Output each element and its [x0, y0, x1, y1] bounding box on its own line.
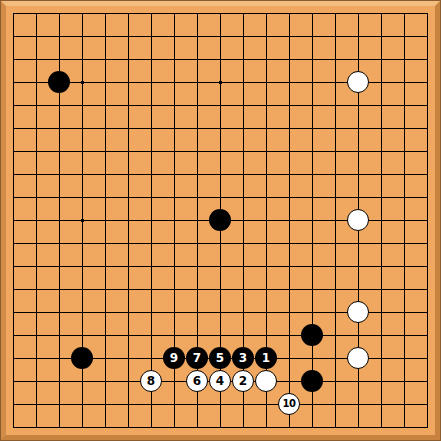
- intersection: [94, 209, 117, 232]
- intersection: [94, 324, 117, 347]
- intersection: [324, 48, 347, 71]
- intersection: [255, 186, 278, 209]
- intersection: [71, 393, 94, 416]
- intersection: [186, 393, 209, 416]
- intersection: [71, 48, 94, 71]
- intersection: [324, 163, 347, 186]
- intersection: [347, 370, 370, 393]
- intersection: [209, 6, 232, 25]
- intersection: [94, 71, 117, 94]
- intersection: [48, 301, 71, 324]
- intersection: 9: [163, 347, 186, 370]
- intersection: [232, 6, 255, 25]
- intersection: [416, 117, 436, 140]
- intersection: [71, 324, 94, 347]
- intersection: [140, 393, 163, 416]
- intersection: [117, 6, 140, 25]
- intersection: [163, 278, 186, 301]
- intersection: [209, 209, 232, 232]
- intersection: [25, 347, 48, 370]
- intersection: [301, 25, 324, 48]
- intersection: [48, 278, 71, 301]
- intersection: [186, 301, 209, 324]
- intersection: [232, 117, 255, 140]
- intersection: [117, 370, 140, 393]
- intersection: [186, 163, 209, 186]
- intersection: [140, 255, 163, 278]
- intersection: [71, 370, 94, 393]
- intersection: [71, 186, 94, 209]
- intersection: 3: [232, 347, 255, 370]
- intersection: [324, 370, 347, 393]
- intersection: [117, 48, 140, 71]
- intersection: [6, 416, 25, 436]
- intersection: [186, 186, 209, 209]
- intersection: [370, 94, 393, 117]
- intersection: [163, 255, 186, 278]
- intersection: [6, 71, 25, 94]
- move-2-stone: 2: [232, 370, 254, 392]
- intersection: [232, 255, 255, 278]
- intersection: [163, 94, 186, 117]
- intersection: [370, 186, 393, 209]
- intersection: [48, 416, 71, 436]
- intersection: [416, 324, 436, 347]
- intersection: [140, 71, 163, 94]
- intersection: [94, 48, 117, 71]
- intersection: [25, 140, 48, 163]
- intersection: [347, 255, 370, 278]
- intersection: [347, 347, 370, 370]
- intersection: [301, 48, 324, 71]
- intersection: [324, 347, 347, 370]
- intersection: [6, 370, 25, 393]
- intersection: [255, 416, 278, 436]
- intersection: [370, 324, 393, 347]
- intersection: [94, 416, 117, 436]
- white-stone: [347, 301, 369, 323]
- intersection: [370, 416, 393, 436]
- intersection: 10: [278, 393, 301, 416]
- intersection: [163, 140, 186, 163]
- intersection: [71, 232, 94, 255]
- intersection: [347, 393, 370, 416]
- intersection: [140, 324, 163, 347]
- intersection: [94, 25, 117, 48]
- intersection: [71, 209, 94, 232]
- intersection: [232, 48, 255, 71]
- intersection: [48, 393, 71, 416]
- move-number: 6: [193, 375, 201, 387]
- intersection: [255, 117, 278, 140]
- intersection: [255, 255, 278, 278]
- intersection: [117, 232, 140, 255]
- intersection: [301, 416, 324, 436]
- intersection: [25, 393, 48, 416]
- intersection: [186, 255, 209, 278]
- intersection: [48, 71, 71, 94]
- intersection: [324, 393, 347, 416]
- intersection: [370, 71, 393, 94]
- intersection: [6, 25, 25, 48]
- intersection: [255, 71, 278, 94]
- intersection: [140, 25, 163, 48]
- intersection: [232, 301, 255, 324]
- black-stone: [301, 324, 323, 346]
- intersection: [370, 209, 393, 232]
- intersection: [301, 140, 324, 163]
- intersection: [117, 301, 140, 324]
- intersection: [370, 117, 393, 140]
- intersection: [393, 163, 416, 186]
- intersection: [255, 6, 278, 25]
- intersection: [324, 324, 347, 347]
- move-number: 7: [193, 352, 201, 364]
- intersection: [347, 324, 370, 347]
- intersection: [416, 6, 436, 25]
- intersection: [140, 301, 163, 324]
- intersection: [186, 324, 209, 347]
- intersection: [393, 117, 416, 140]
- intersection: [416, 186, 436, 209]
- intersection: [140, 94, 163, 117]
- intersection: [301, 186, 324, 209]
- intersection: [370, 393, 393, 416]
- intersection: [347, 71, 370, 94]
- black-stone: [71, 347, 93, 369]
- intersection: [393, 416, 416, 436]
- intersection: [163, 324, 186, 347]
- intersection: [278, 94, 301, 117]
- move-number: 2: [239, 375, 247, 387]
- intersection: [117, 117, 140, 140]
- intersection: [347, 6, 370, 25]
- intersection: [163, 117, 186, 140]
- intersection: [301, 324, 324, 347]
- stones-grid: 97531864210: [6, 6, 435, 435]
- intersection: [278, 186, 301, 209]
- intersection: [301, 301, 324, 324]
- black-stone: [48, 71, 70, 93]
- go-board-frame: 97531864210: [0, 0, 441, 441]
- intersection: [25, 71, 48, 94]
- intersection: [209, 25, 232, 48]
- intersection: [416, 301, 436, 324]
- intersection: [6, 163, 25, 186]
- intersection: [186, 48, 209, 71]
- intersection: [25, 301, 48, 324]
- intersection: [301, 71, 324, 94]
- intersection: [6, 140, 25, 163]
- intersection: [232, 140, 255, 163]
- intersection: 2: [232, 370, 255, 393]
- move-number: 9: [170, 352, 178, 364]
- move-number: 1: [262, 352, 270, 364]
- intersection: [347, 278, 370, 301]
- intersection: [117, 94, 140, 117]
- intersection: [301, 393, 324, 416]
- intersection: [6, 324, 25, 347]
- intersection: [301, 117, 324, 140]
- intersection: [6, 186, 25, 209]
- intersection: [71, 94, 94, 117]
- intersection: [71, 347, 94, 370]
- intersection: [117, 324, 140, 347]
- intersection: [393, 25, 416, 48]
- intersection: [278, 71, 301, 94]
- intersection: [416, 347, 436, 370]
- move-1-stone: 1: [255, 347, 277, 369]
- intersection: [48, 117, 71, 140]
- intersection: [393, 255, 416, 278]
- intersection: [301, 370, 324, 393]
- intersection: [209, 140, 232, 163]
- intersection: [232, 186, 255, 209]
- black-stone: [209, 209, 231, 231]
- intersection: [140, 117, 163, 140]
- intersection: [25, 25, 48, 48]
- intersection: [25, 255, 48, 278]
- go-board-bevel: 97531864210: [1, 1, 440, 440]
- intersection: [347, 209, 370, 232]
- intersection: [324, 94, 347, 117]
- intersection: [278, 6, 301, 25]
- intersection: [416, 393, 436, 416]
- intersection: [209, 232, 232, 255]
- intersection: [324, 71, 347, 94]
- intersection: [416, 163, 436, 186]
- intersection: [186, 94, 209, 117]
- intersection: [186, 278, 209, 301]
- intersection: [301, 255, 324, 278]
- intersection: [71, 278, 94, 301]
- intersection: [370, 301, 393, 324]
- intersection: [25, 324, 48, 347]
- intersection: [209, 255, 232, 278]
- intersection: [209, 94, 232, 117]
- intersection: [186, 209, 209, 232]
- intersection: [393, 71, 416, 94]
- intersection: [393, 347, 416, 370]
- intersection: [117, 71, 140, 94]
- intersection: [25, 163, 48, 186]
- intersection: [140, 140, 163, 163]
- intersection: [209, 278, 232, 301]
- intersection: [370, 140, 393, 163]
- intersection: [25, 278, 48, 301]
- intersection: [416, 416, 436, 436]
- intersection: [278, 140, 301, 163]
- intersection: 7: [186, 347, 209, 370]
- intersection: [186, 416, 209, 436]
- intersection: [94, 370, 117, 393]
- intersection: [278, 416, 301, 436]
- intersection: [6, 278, 25, 301]
- intersection: [278, 370, 301, 393]
- move-6-stone: 6: [186, 370, 208, 392]
- intersection: [6, 6, 25, 25]
- move-9-stone: 9: [163, 347, 185, 369]
- intersection: [370, 6, 393, 25]
- intersection: [25, 117, 48, 140]
- intersection: [301, 209, 324, 232]
- intersection: [232, 232, 255, 255]
- intersection: 1: [255, 347, 278, 370]
- intersection: [393, 209, 416, 232]
- intersection: [25, 94, 48, 117]
- intersection: [301, 163, 324, 186]
- intersection: [117, 347, 140, 370]
- intersection: [255, 48, 278, 71]
- intersection: [232, 25, 255, 48]
- intersection: [71, 117, 94, 140]
- intersection: [393, 301, 416, 324]
- intersection: [163, 393, 186, 416]
- intersection: [370, 232, 393, 255]
- intersection: [71, 25, 94, 48]
- intersection: [370, 163, 393, 186]
- intersection: [278, 347, 301, 370]
- intersection: [163, 416, 186, 436]
- intersection: [255, 393, 278, 416]
- intersection: [255, 278, 278, 301]
- intersection: [140, 186, 163, 209]
- intersection: [232, 209, 255, 232]
- intersection: [117, 186, 140, 209]
- intersection: [416, 209, 436, 232]
- move-5-stone: 5: [209, 347, 231, 369]
- move-number: 5: [216, 352, 224, 364]
- intersection: [94, 117, 117, 140]
- move-4-stone: 4: [209, 370, 231, 392]
- intersection: [255, 301, 278, 324]
- move-10-stone: 10: [278, 393, 300, 415]
- intersection: [347, 301, 370, 324]
- intersection: [48, 324, 71, 347]
- intersection: [25, 370, 48, 393]
- intersection: [416, 278, 436, 301]
- intersection: [48, 94, 71, 117]
- intersection: 4: [209, 370, 232, 393]
- intersection: [140, 232, 163, 255]
- intersection: [6, 209, 25, 232]
- intersection: [393, 6, 416, 25]
- intersection: [163, 6, 186, 25]
- intersection: [232, 278, 255, 301]
- intersection: [278, 25, 301, 48]
- white-stone: [255, 370, 277, 392]
- intersection: [6, 301, 25, 324]
- intersection: [117, 140, 140, 163]
- intersection: [140, 278, 163, 301]
- intersection: [94, 186, 117, 209]
- intersection: [347, 416, 370, 436]
- intersection: [6, 94, 25, 117]
- move-number: 8: [147, 375, 155, 387]
- go-board: 97531864210: [6, 6, 435, 435]
- intersection: [255, 370, 278, 393]
- intersection: [48, 209, 71, 232]
- intersection: [347, 48, 370, 71]
- intersection: [209, 163, 232, 186]
- intersection: [416, 25, 436, 48]
- intersection: [6, 255, 25, 278]
- intersection: [278, 324, 301, 347]
- intersection: [94, 255, 117, 278]
- intersection: [186, 6, 209, 25]
- intersection: [393, 48, 416, 71]
- intersection: [140, 6, 163, 25]
- intersection: [6, 117, 25, 140]
- intersection: [347, 232, 370, 255]
- white-stone: [347, 71, 369, 93]
- intersection: [48, 140, 71, 163]
- intersection: [94, 6, 117, 25]
- intersection: [278, 301, 301, 324]
- intersection: [347, 163, 370, 186]
- intersection: [25, 232, 48, 255]
- intersection: [278, 278, 301, 301]
- intersection: [278, 232, 301, 255]
- intersection: [48, 255, 71, 278]
- intersection: [6, 393, 25, 416]
- intersection: [370, 347, 393, 370]
- intersection: [347, 25, 370, 48]
- intersection: [324, 232, 347, 255]
- intersection: [232, 71, 255, 94]
- intersection: [209, 186, 232, 209]
- intersection: [186, 117, 209, 140]
- intersection: [255, 163, 278, 186]
- intersection: [232, 324, 255, 347]
- move-number: 3: [239, 352, 247, 364]
- intersection: [94, 232, 117, 255]
- intersection: [324, 301, 347, 324]
- intersection: [209, 416, 232, 436]
- intersection: [94, 301, 117, 324]
- intersection: [416, 255, 436, 278]
- intersection: 8: [140, 370, 163, 393]
- intersection: [48, 347, 71, 370]
- intersection: 5: [209, 347, 232, 370]
- intersection: [94, 163, 117, 186]
- intersection: [416, 48, 436, 71]
- intersection: [209, 117, 232, 140]
- move-7-stone: 7: [186, 347, 208, 369]
- intersection: [163, 209, 186, 232]
- intersection: [255, 232, 278, 255]
- intersection: [71, 163, 94, 186]
- intersection: [209, 301, 232, 324]
- intersection: [255, 94, 278, 117]
- move-number: 10: [283, 399, 296, 409]
- intersection: [140, 48, 163, 71]
- intersection: [370, 370, 393, 393]
- intersection: [140, 416, 163, 436]
- intersection: [278, 117, 301, 140]
- intersection: [209, 324, 232, 347]
- intersection: [71, 6, 94, 25]
- intersection: [232, 393, 255, 416]
- intersection: [163, 370, 186, 393]
- intersection: [416, 71, 436, 94]
- intersection: [278, 209, 301, 232]
- intersection: [255, 324, 278, 347]
- intersection: [71, 416, 94, 436]
- intersection: [140, 209, 163, 232]
- intersection: [6, 48, 25, 71]
- intersection: [94, 393, 117, 416]
